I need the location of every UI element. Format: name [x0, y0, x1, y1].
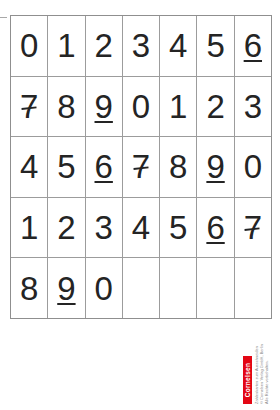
digit: 3 — [95, 211, 113, 244]
card-cell: 8 — [11, 258, 47, 318]
empty-cell — [123, 258, 159, 318]
digit: 1 — [169, 90, 187, 123]
digit: 7 — [244, 211, 262, 244]
digit: 9 — [95, 90, 113, 123]
digit: 0 — [95, 272, 113, 305]
publisher-name: Cornelsen — [244, 363, 251, 398]
card-cell: 7 — [123, 137, 159, 197]
card-cell: 2 — [48, 198, 84, 258]
publisher-logo-block: Cornelsen Zahlenkarten zum Ausschneiden … — [243, 356, 269, 404]
card-cell: 0 — [11, 16, 47, 76]
digit: 5 — [206, 29, 224, 62]
card-cell: 0 — [123, 77, 159, 137]
digit: 8 — [57, 90, 75, 123]
card-cell: 5 — [197, 16, 233, 76]
digit: 8 — [20, 272, 38, 305]
digit: 6 — [206, 211, 224, 244]
card-cell: 0 — [86, 258, 122, 318]
card-cell: 1 — [48, 16, 84, 76]
cornelsen-logo: Cornelsen — [243, 356, 252, 404]
digit: 1 — [57, 29, 75, 62]
card-cell: 2 — [197, 77, 233, 137]
empty-cell — [235, 258, 271, 318]
digit: 2 — [57, 211, 75, 244]
card-cell: 4 — [160, 16, 196, 76]
credit-lines: Zahlenkarten zum Ausschneiden © Cornelse… — [254, 356, 270, 404]
digit: 7 — [20, 90, 38, 123]
digit: 4 — [20, 150, 38, 183]
card-cell: 0 — [235, 137, 271, 197]
card-cell: 3 — [86, 198, 122, 258]
digit: 0 — [244, 150, 262, 183]
digit: 1 — [20, 211, 38, 244]
card-cell: 9 — [197, 137, 233, 197]
number-card-grid: 0123456789012345678901234567890 — [10, 15, 272, 319]
card-cell: 9 — [48, 258, 84, 318]
cut-mark — [0, 17, 7, 18]
digit: 0 — [132, 90, 150, 123]
card-cell: 8 — [48, 77, 84, 137]
digit: 4 — [132, 211, 150, 244]
card-cell: 1 — [160, 77, 196, 137]
card-cell: 8 — [160, 137, 196, 197]
credit-line: Alle Rechte vorbehalten. — [264, 356, 269, 404]
card-cell: 6 — [197, 198, 233, 258]
digit: 0 — [20, 29, 38, 62]
card-cell: 9 — [86, 77, 122, 137]
digit: 7 — [132, 150, 150, 183]
digit: 3 — [132, 29, 150, 62]
digit: 5 — [57, 150, 75, 183]
digit: 2 — [206, 90, 224, 123]
card-cell: 6 — [86, 137, 122, 197]
digit: 9 — [206, 150, 224, 183]
credit-line: Zahlenkarten zum Ausschneiden — [254, 356, 259, 404]
card-cell: 1 — [11, 198, 47, 258]
card-cell: 4 — [11, 137, 47, 197]
card-cell: 7 — [11, 77, 47, 137]
digit: 6 — [244, 29, 262, 62]
card-cell: 5 — [48, 137, 84, 197]
card-cell: 6 — [235, 16, 271, 76]
digit: 5 — [169, 211, 187, 244]
digit: 4 — [169, 29, 187, 62]
card-cell: 2 — [86, 16, 122, 76]
empty-cell — [197, 258, 233, 318]
card-cell: 3 — [123, 16, 159, 76]
digit: 8 — [169, 150, 187, 183]
card-cell: 3 — [235, 77, 271, 137]
digit: 2 — [95, 29, 113, 62]
digit: 6 — [95, 150, 113, 183]
empty-cell — [160, 258, 196, 318]
digit: 9 — [57, 272, 75, 305]
card-cell: 4 — [123, 198, 159, 258]
card-cell: 7 — [235, 198, 271, 258]
digit: 3 — [244, 90, 262, 123]
card-cell: 5 — [160, 198, 196, 258]
